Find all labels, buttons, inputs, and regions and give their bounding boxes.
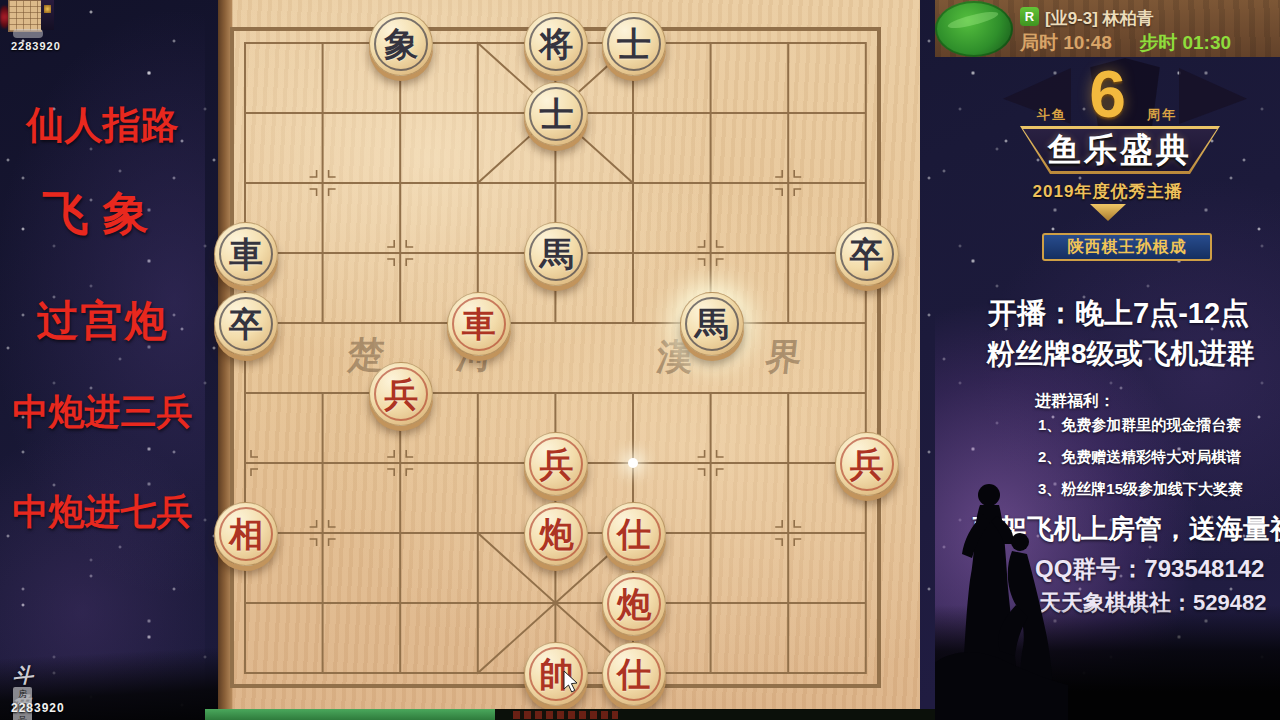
opening-caption: 仙人指路 bbox=[0, 100, 205, 151]
benefits-list: 1、免费参加群里的现金擂台赛2、免费赠送精彩特大对局棋谱3、粉丝牌15级参加线下… bbox=[1038, 416, 1243, 499]
douyu-logo-faded bbox=[13, 29, 43, 38]
piece-engraved-ring bbox=[219, 507, 273, 561]
piece-engraved-ring bbox=[374, 367, 428, 421]
piece-red-chariot[interactable]: 車 bbox=[447, 292, 511, 356]
bottom-green-bar bbox=[205, 709, 495, 720]
piece-red-cannon[interactable]: 炮 bbox=[602, 572, 666, 636]
pieces-layer: 象将士士車馬卒卒馬車兵兵兵相炮仕炮帥仕 bbox=[205, 0, 935, 720]
piece-engraved-ring bbox=[607, 17, 661, 71]
move-time: 步时 01:30 bbox=[1139, 32, 1231, 53]
badge-left-text: 斗鱼 bbox=[1037, 106, 1067, 124]
piece-engraved-ring bbox=[374, 17, 428, 71]
piece-engraved-ring bbox=[685, 297, 739, 351]
player-name: [业9-3] 林柏青 bbox=[1045, 7, 1154, 30]
piece-red-advisor[interactable]: 仕 bbox=[602, 642, 666, 706]
piece-engraved-ring bbox=[840, 227, 894, 281]
badge-banner: 鱼乐盛典 bbox=[1020, 126, 1220, 174]
benefits-title: 进群福利： bbox=[1035, 391, 1115, 412]
piece-black-chariot[interactable]: 車 bbox=[214, 222, 278, 286]
left-overlay-panel: 仙人指路飞象过宫炮中炮进三兵中炮进七兵 2283920 斗鱼 房间号 22839… bbox=[0, 0, 205, 720]
opening-caption: 过宫炮 bbox=[0, 293, 205, 349]
piece-black-horse[interactable]: 馬 bbox=[524, 222, 588, 286]
piece-engraved-ring bbox=[529, 507, 583, 561]
schedule-line-2: 粉丝牌8级或飞机进群 bbox=[987, 335, 1255, 373]
piece-engraved-ring bbox=[452, 297, 506, 351]
champion-text: 陕西棋王孙根成 bbox=[1068, 237, 1187, 258]
right-overlay-panel: R [业9-3] 林柏青 局时 10:48 步时 01:30 6 斗鱼 周年 鱼… bbox=[935, 0, 1280, 720]
game-time: 局时 10:48 bbox=[1020, 32, 1112, 53]
piece-black-pawn[interactable]: 卒 bbox=[214, 292, 278, 356]
badge-subtitle: 2019年度优秀主播 bbox=[935, 180, 1280, 203]
piece-engraved-ring bbox=[840, 437, 894, 491]
badge-banner-inner: 鱼乐盛典 bbox=[1023, 129, 1217, 171]
piece-black-advisor[interactable]: 士 bbox=[602, 12, 666, 76]
piece-black-elephant[interactable]: 象 bbox=[369, 12, 433, 76]
player-info-bar: R [业9-3] 林柏青 局时 10:48 步时 01:30 bbox=[935, 0, 1280, 57]
benefit-item: 1、免费参加群里的现金擂台赛 bbox=[1038, 416, 1243, 435]
piece-red-pawn[interactable]: 兵 bbox=[524, 432, 588, 496]
player-avatar bbox=[935, 1, 1013, 57]
opening-caption: 中炮进七兵 bbox=[0, 488, 205, 537]
couple-silhouette bbox=[935, 468, 1068, 720]
room-number-top: 2283920 bbox=[11, 40, 61, 52]
badge-right-text: 周年 bbox=[1147, 106, 1177, 124]
piece-engraved-ring bbox=[219, 227, 273, 281]
piece-red-elephant[interactable]: 相 bbox=[214, 502, 278, 566]
badge-banner-text: 鱼乐盛典 bbox=[1048, 128, 1192, 173]
timers-row: 局时 10:48 步时 01:30 bbox=[1020, 30, 1231, 56]
piece-black-king[interactable]: 将 bbox=[524, 12, 588, 76]
opening-caption: 飞象 bbox=[0, 183, 205, 245]
stream-screen: 仙人指路飞象过宫炮中炮进三兵中炮进七兵 2283920 斗鱼 房间号 22839… bbox=[0, 0, 1280, 720]
piece-red-advisor[interactable]: 仕 bbox=[602, 502, 666, 566]
piece-engraved-ring bbox=[219, 297, 273, 351]
last-move-marker bbox=[628, 458, 638, 468]
mini-anniversary-badge bbox=[41, 0, 54, 30]
mouse-cursor bbox=[563, 670, 579, 693]
xiangqi-board-panel[interactable]: 楚 河 漢 界 象将士士車馬卒卒馬車兵兵兵相炮仕炮帥仕 bbox=[205, 0, 935, 720]
opening-caption: 中炮进三兵 bbox=[0, 388, 205, 437]
mini-board-thumbnail bbox=[8, 0, 42, 32]
benefit-item: 2、免费赠送精彩特大对局棋谱 bbox=[1038, 448, 1243, 467]
piece-engraved-ring bbox=[607, 577, 661, 631]
piece-black-horse[interactable]: 馬 bbox=[680, 292, 744, 356]
piece-engraved-ring bbox=[529, 17, 583, 71]
piece-engraved-ring bbox=[529, 87, 583, 141]
piece-engraved-ring bbox=[529, 227, 583, 281]
piece-black-pawn[interactable]: 卒 bbox=[835, 222, 899, 286]
piece-engraved-ring bbox=[607, 507, 661, 561]
piece-engraved-ring bbox=[607, 647, 661, 701]
champion-box: 陕西棋王孙根成 bbox=[1042, 233, 1212, 261]
benefit-item: 3、粉丝牌15级参加线下大奖赛 bbox=[1038, 480, 1243, 499]
qq-group-line: QQ群号：793548142 bbox=[1035, 553, 1264, 585]
schedule-line-1: 开播：晚上7点-12点 bbox=[988, 294, 1249, 334]
piece-red-pawn[interactable]: 兵 bbox=[369, 362, 433, 426]
bottom-dark-bar bbox=[495, 709, 935, 720]
piece-black-advisor[interactable]: 士 bbox=[524, 82, 588, 146]
clipped-ticker-text bbox=[513, 711, 618, 719]
anniversary-badge: 6 斗鱼 周年 鱼乐盛典 2019年度优秀主播 陕西棋王孙根成 bbox=[935, 56, 1280, 271]
badge-chevron-icon bbox=[1090, 204, 1126, 221]
piece-red-pawn[interactable]: 兵 bbox=[835, 432, 899, 496]
rank-badge-icon: R bbox=[1020, 7, 1039, 26]
badge-number: 6 bbox=[935, 56, 1280, 132]
piece-red-cannon[interactable]: 炮 bbox=[524, 502, 588, 566]
piece-engraved-ring bbox=[529, 437, 583, 491]
room-number-bottom: 2283920 bbox=[11, 701, 65, 715]
